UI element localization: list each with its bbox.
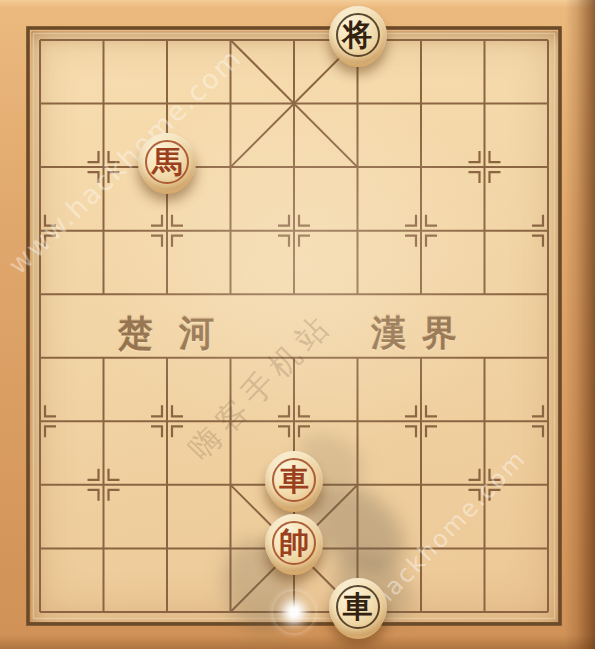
- piece-black-chariot[interactable]: 車: [329, 578, 387, 636]
- xiangqi-board-screenshot: 楚河 漢界 www.hackhome.com 嗨客手机站 hackhome.co…: [0, 0, 595, 649]
- frame-bottom-shadow: [0, 635, 595, 649]
- piece-black-general[interactable]: 将: [329, 6, 387, 64]
- last-move-indicator-dot[interactable]: [273, 591, 315, 633]
- board-grid[interactable]: 将馬車帥車: [8, 8, 580, 644]
- piece-red-horse[interactable]: 馬: [138, 133, 196, 191]
- piece-red-general[interactable]: 帥: [265, 514, 323, 572]
- piece-red-chariot[interactable]: 車: [265, 451, 323, 509]
- frame-right-shadow: [565, 0, 595, 649]
